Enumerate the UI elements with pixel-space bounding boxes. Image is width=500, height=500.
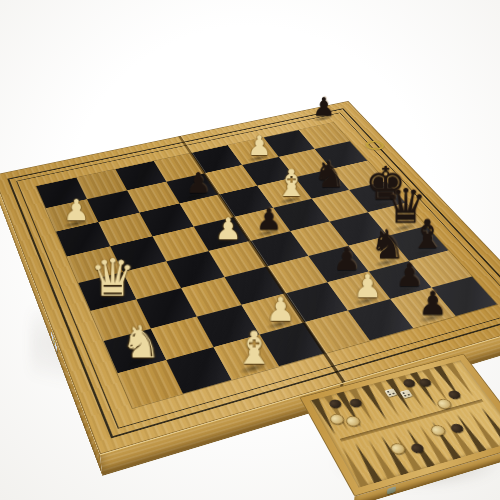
piece-white-bishop-f6: ♝ <box>275 165 308 202</box>
backgammon-point <box>338 446 368 488</box>
backgammon-point <box>441 417 474 456</box>
square-d5: ♟ <box>194 217 250 251</box>
backgammon-clasp <box>387 486 396 494</box>
backgammon-point <box>403 427 435 467</box>
piece-black-bishop-h3: ♝ <box>410 214 446 254</box>
piece-black-pawn-g1: ♟ <box>418 287 448 320</box>
backgammon-point <box>377 435 408 476</box>
backgammon-checker-cream <box>388 442 407 456</box>
piece-black-pawn-e5: ♟ <box>256 205 283 235</box>
piece-white-knight-a2: ♞ <box>121 319 161 364</box>
backgammon-checker-cream <box>429 424 448 438</box>
piece-white-pawn-f2: ♟ <box>353 270 382 302</box>
piece-black-knight-g6: ♞ <box>313 156 346 193</box>
backgammon-point <box>416 424 448 464</box>
backgammon-point <box>428 420 461 460</box>
piece-black-pawn-offboard: ♟ <box>313 94 336 120</box>
backgammon-point <box>390 431 422 471</box>
backgammon-checker-dark <box>449 423 466 435</box>
scene: ♟♟♟♝♞♟♟♚♛♛♟♞♝♞♟♟♟♝♟ ♟ <box>0 0 500 500</box>
backgammon-point <box>478 406 500 444</box>
piece-black-pawn-d7: ♟ <box>186 169 211 197</box>
backgammon-checker-dark <box>409 442 426 454</box>
latch-knob <box>53 336 56 348</box>
piece-white-queen-a4: ♛ <box>90 252 136 304</box>
piece-white-bishop-c1: ♝ <box>234 325 275 370</box>
piece-white-pawn-d5: ♟ <box>215 214 242 244</box>
backgammon-point <box>364 438 395 479</box>
backgammon-point <box>351 442 382 483</box>
product-photo-stage: ♟♟♟♝♞♟♟♚♛♛♟♞♝♞♟♟♟♝♟ ♟ <box>0 0 500 500</box>
piece-white-pawn-f8: ♟ <box>247 133 271 160</box>
piece-white-pawn-a7: ♟ <box>63 196 89 225</box>
